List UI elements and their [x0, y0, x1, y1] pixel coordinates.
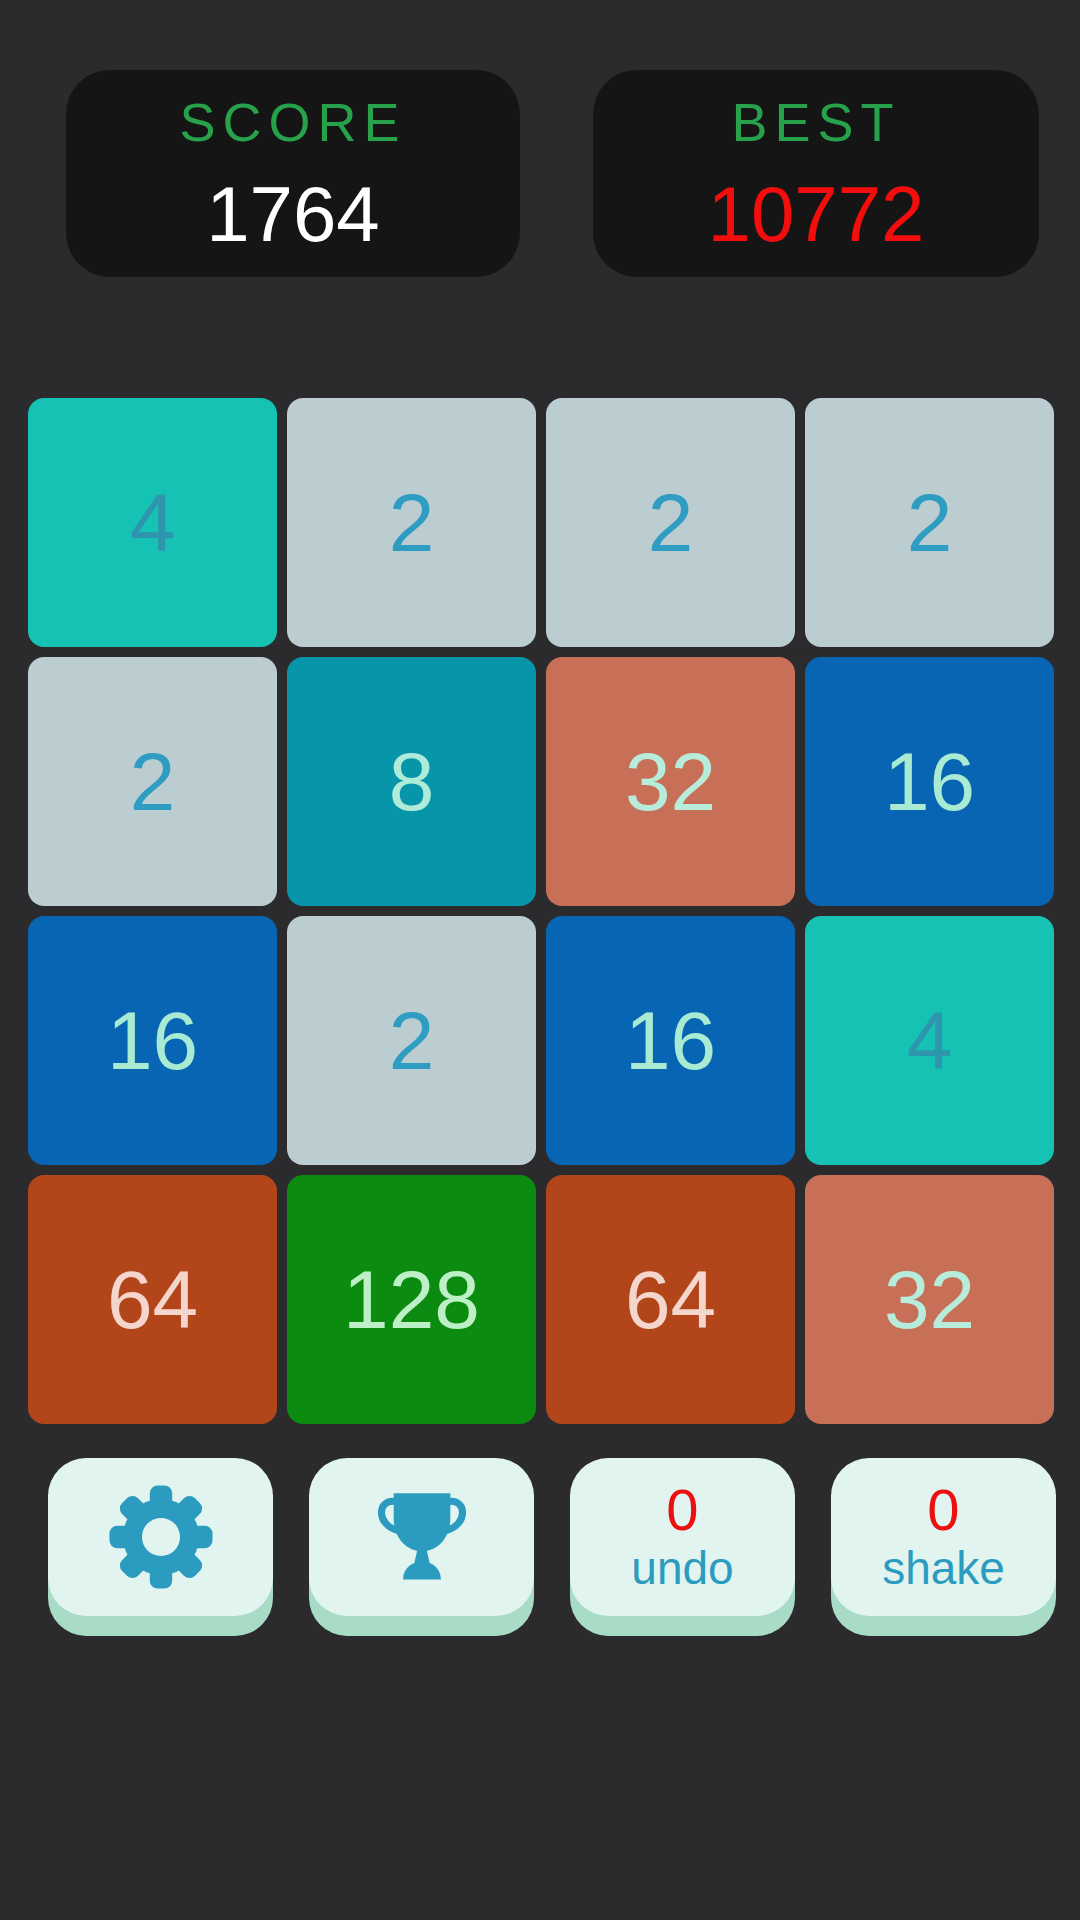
score-value: 1764: [206, 175, 380, 253]
tile-grid[interactable]: 4222283216162164641286432: [28, 398, 1054, 1424]
tile-r3c3-16: 16: [546, 916, 795, 1165]
tile-r4c3-64: 64: [546, 1175, 795, 1424]
tile-r4c4-32: 32: [805, 1175, 1054, 1424]
tile-r4c1-64: 64: [28, 1175, 277, 1424]
toolbar: 0 undo 0 shake: [48, 1458, 1056, 1616]
tile-r1c4-2: 2: [805, 398, 1054, 647]
shake-count: 0: [927, 1480, 959, 1541]
tile-r3c4-4: 4: [805, 916, 1054, 1165]
tile-r3c2-2: 2: [287, 916, 536, 1165]
best-value: 10772: [708, 175, 925, 253]
trophy-icon: [363, 1478, 481, 1596]
tile-r2c4-16: 16: [805, 657, 1054, 906]
tile-r2c2-8: 8: [287, 657, 536, 906]
best-label: BEST: [731, 95, 900, 149]
tile-r2c1-2: 2: [28, 657, 277, 906]
shake-label: shake: [882, 1543, 1005, 1594]
game-screen: SCORE 1764 BEST 10772 422228321616216464…: [0, 0, 1080, 1920]
shake-button[interactable]: 0 shake: [831, 1458, 1056, 1616]
tile-r3c1-16: 16: [28, 916, 277, 1165]
tile-r2c3-32: 32: [546, 657, 795, 906]
settings-button[interactable]: [48, 1458, 273, 1616]
gear-icon: [105, 1481, 217, 1593]
tile-r1c3-2: 2: [546, 398, 795, 647]
tile-r1c2-2: 2: [287, 398, 536, 647]
score-label: SCORE: [179, 95, 406, 149]
best-box: BEST 10772: [593, 70, 1039, 277]
tile-r1c1-4: 4: [28, 398, 277, 647]
achievements-button[interactable]: [309, 1458, 534, 1616]
undo-label: undo: [631, 1543, 733, 1594]
score-box: SCORE 1764: [66, 70, 520, 277]
undo-count: 0: [666, 1480, 698, 1541]
tile-r4c2-128: 128: [287, 1175, 536, 1424]
undo-button[interactable]: 0 undo: [570, 1458, 795, 1616]
